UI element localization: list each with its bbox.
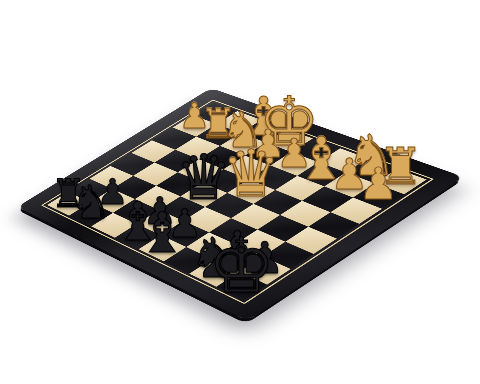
black-bishop-e8[interactable]: ♝ — [137, 206, 187, 261]
white-pawn-h2[interactable]: ♟ — [359, 162, 399, 206]
pieces-layer: ♚♛♜♜♝♝♞♞♟♟♟♟♟♚♛♜♝♝♞♞♟♟♟♟♟ — [0, 0, 480, 384]
black-knight-b8[interactable]: ♞ — [70, 179, 112, 225]
chess-photo-stage: ♚♛♜♜♝♝♞♞♟♟♟♟♟♚♛♜♝♝♞♞♟♟♟♟♟ — [0, 0, 480, 384]
black-king-h8[interactable]: ♚ — [208, 228, 276, 304]
